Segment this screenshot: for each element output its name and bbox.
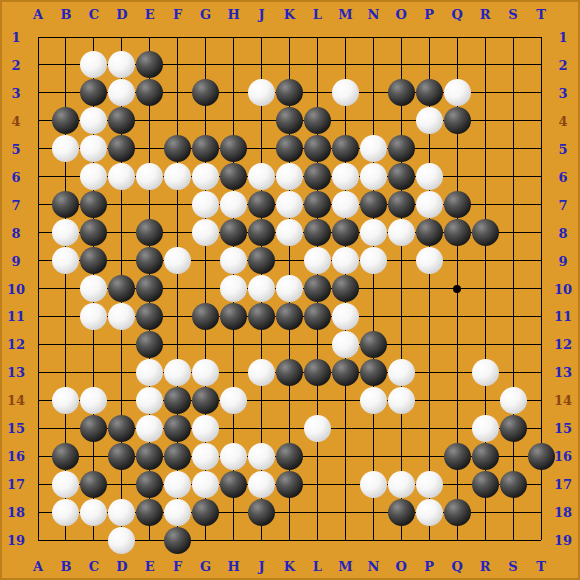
stone-white [360,163,387,190]
stone-white [220,443,247,470]
stone-black [276,303,303,330]
stone-black [472,471,499,498]
stone-white [304,247,331,274]
stone-white [332,331,359,358]
stone-white [108,527,135,554]
stone-white [388,219,415,246]
stone-black [304,163,331,190]
stone-black [276,471,303,498]
col-label-bottom: L [313,560,322,573]
stone-black [304,303,331,330]
stone-white [332,247,359,274]
row-label-left: 7 [11,198,20,211]
stone-white [444,79,471,106]
stone-white [220,247,247,274]
stone-black [108,443,135,470]
stone-black [80,471,107,498]
stone-black [332,359,359,386]
row-label-left: 17 [7,478,25,491]
stone-black [304,135,331,162]
col-label-bottom: T [536,560,546,573]
stone-white [52,471,79,498]
row-label-left: 12 [7,338,25,351]
stone-white [248,359,275,386]
stone-black [136,499,163,526]
col-label-bottom: M [338,560,352,573]
stone-black [108,415,135,442]
stone-white [360,219,387,246]
row-label-left: 16 [7,450,25,463]
col-label-top: O [396,8,407,21]
stone-black [220,471,247,498]
col-label-top: J [258,8,264,21]
col-label-bottom: K [284,560,295,573]
stone-white [80,499,107,526]
stone-black [444,107,471,134]
stone-white [220,275,247,302]
col-label-bottom: R [480,560,491,573]
stone-black [472,443,499,470]
row-label-right: 8 [558,226,567,239]
stone-black [500,415,527,442]
col-label-top: K [284,8,295,21]
row-label-left: 2 [11,58,20,71]
col-label-bottom: E [145,560,155,573]
col-label-top: T [536,8,546,21]
stone-white [416,247,443,274]
stone-white [500,387,527,414]
stone-black [332,135,359,162]
stone-black [192,303,219,330]
stone-black [52,443,79,470]
stone-black [248,303,275,330]
stone-black [332,275,359,302]
stone-black [360,331,387,358]
stone-black [248,219,275,246]
col-label-top: E [145,8,155,21]
stone-black [416,79,443,106]
stone-white [192,359,219,386]
row-label-left: 14 [7,394,25,407]
stone-black [248,191,275,218]
row-label-left: 19 [7,534,25,547]
stone-white [360,387,387,414]
stone-white [360,135,387,162]
stone-black [416,219,443,246]
stone-white [304,415,331,442]
stone-black [304,275,331,302]
stone-black [360,191,387,218]
col-label-top: H [227,8,239,21]
col-label-top: L [313,8,322,21]
row-label-right: 2 [558,58,567,71]
stone-black [220,303,247,330]
row-label-right: 6 [558,170,567,183]
stone-white [136,359,163,386]
stone-white [332,163,359,190]
stone-black [388,191,415,218]
stone-black [304,359,331,386]
stone-black [472,219,499,246]
stone-black [444,499,471,526]
stone-white [192,471,219,498]
stone-black [248,247,275,274]
col-label-bottom: S [508,560,517,573]
col-label-bottom: Q [451,560,462,573]
row-label-left: 3 [11,86,20,99]
stone-black [332,219,359,246]
stone-black [444,219,471,246]
stone-white [332,191,359,218]
stone-black [388,135,415,162]
stone-black [360,359,387,386]
row-label-left: 9 [11,254,20,267]
col-label-bottom: N [367,560,379,573]
stone-black [192,499,219,526]
stone-white [220,387,247,414]
col-label-bottom: F [173,560,182,573]
col-label-bottom: D [116,560,127,573]
go-board[interactable]: AABBCCDDEEFFGGHHJJKKLLMMNNOOPPQQRRSSTT11… [0,0,580,580]
stone-white [192,415,219,442]
star-point [453,285,461,293]
col-label-top: F [173,8,182,21]
row-label-right: 19 [554,534,572,547]
stone-white [276,191,303,218]
stone-white [52,387,79,414]
stone-white [416,499,443,526]
col-label-top: P [424,8,434,21]
stone-white [192,443,219,470]
col-label-top: Q [451,8,462,21]
stone-white [276,275,303,302]
stone-white [388,471,415,498]
stone-white [416,191,443,218]
stone-white [52,499,79,526]
stone-black [136,303,163,330]
stone-white [248,471,275,498]
stone-white [248,443,275,470]
stone-black [164,387,191,414]
stone-white [472,359,499,386]
col-label-top: C [89,8,99,21]
row-label-left: 11 [7,310,25,323]
stone-white [276,219,303,246]
row-label-right: 17 [554,478,572,491]
stone-white [388,359,415,386]
stone-black [164,527,191,554]
row-label-left: 8 [11,226,20,239]
stone-white [80,387,107,414]
stone-black [276,359,303,386]
stone-white [360,247,387,274]
row-label-left: 1 [11,31,20,44]
stone-black [304,219,331,246]
col-label-bottom: P [424,560,434,573]
stone-white [108,499,135,526]
col-label-top: D [116,8,127,21]
stone-white [164,359,191,386]
stone-white [416,107,443,134]
stone-black [80,415,107,442]
col-label-bottom: B [60,560,71,573]
stone-black [192,387,219,414]
col-label-top: N [367,8,379,21]
stone-black [136,471,163,498]
row-label-left: 6 [11,170,20,183]
stone-white [164,499,191,526]
stone-black [248,499,275,526]
stone-black [444,191,471,218]
stone-white [472,415,499,442]
row-label-left: 10 [7,282,25,295]
stone-black [276,443,303,470]
stone-black [164,415,191,442]
stone-white [136,415,163,442]
row-label-right: 15 [554,422,572,435]
row-label-right: 12 [554,338,572,351]
row-label-right: 11 [554,310,572,323]
col-label-bottom: J [258,560,264,573]
stone-white [360,471,387,498]
stone-white [248,275,275,302]
stone-black [388,163,415,190]
col-label-bottom: H [227,560,239,573]
col-label-top: B [60,8,71,21]
row-label-right: 4 [558,114,567,127]
row-label-right: 10 [554,282,572,295]
col-label-top: A [33,8,43,21]
row-label-right: 3 [558,86,567,99]
stone-white [136,387,163,414]
row-label-right: 1 [558,31,567,44]
stone-black [500,471,527,498]
stone-black [444,443,471,470]
row-label-right: 16 [554,450,572,463]
stone-black [304,191,331,218]
col-label-bottom: G [200,560,211,573]
row-label-left: 4 [11,114,20,127]
col-label-top: G [200,8,211,21]
row-label-right: 5 [558,142,567,155]
col-label-top: M [338,8,352,21]
col-label-bottom: A [33,560,43,573]
stone-black [388,79,415,106]
row-label-left: 5 [11,142,20,155]
row-label-right: 13 [554,366,572,379]
row-label-left: 18 [7,506,25,519]
stone-black [388,499,415,526]
row-label-left: 15 [7,422,25,435]
stone-white [416,471,443,498]
row-label-left: 13 [7,366,25,379]
stone-black [136,443,163,470]
col-label-bottom: O [396,560,407,573]
col-label-top: S [508,8,517,21]
stone-white [416,163,443,190]
stone-black [528,443,555,470]
row-label-right: 18 [554,506,572,519]
stone-white [388,387,415,414]
row-label-right: 9 [558,254,567,267]
row-label-right: 14 [554,394,572,407]
row-label-right: 7 [558,198,567,211]
col-label-bottom: C [89,560,99,573]
stone-white [332,303,359,330]
col-label-top: R [480,8,491,21]
stone-white [164,471,191,498]
stone-black [136,331,163,358]
stone-black [164,443,191,470]
